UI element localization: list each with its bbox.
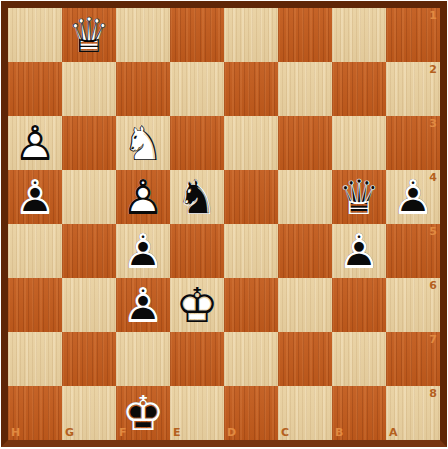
piece-white-pawn[interactable]: ♟♙ — [8, 116, 62, 170]
square-h3[interactable]: ♟♙ — [8, 116, 62, 170]
square-g3[interactable] — [62, 116, 116, 170]
piece-white-king[interactable]: ♚♔ — [170, 278, 224, 332]
piece-black-queen[interactable]: ♛♕ — [332, 170, 386, 224]
black-pawn-glyph-outline: ♙ — [332, 224, 386, 278]
file-label-g: G — [65, 427, 74, 438]
file-label-h: H — [11, 427, 20, 438]
piece-black-pawn[interactable]: ♟♙ — [8, 170, 62, 224]
piece-black-pawn[interactable]: ♟♙ — [332, 224, 386, 278]
piece-white-pawn[interactable]: ♟♙ — [116, 170, 170, 224]
square-d8[interactable]: D — [224, 386, 278, 440]
black-knight-glyph-outline: ♘ — [170, 170, 224, 224]
square-b3[interactable] — [332, 116, 386, 170]
square-h6[interactable] — [8, 278, 62, 332]
square-b2[interactable] — [332, 62, 386, 116]
square-e7[interactable] — [170, 332, 224, 386]
black-pawn-glyph-outline: ♙ — [8, 170, 62, 224]
rank-label-3: 3 — [429, 118, 437, 129]
square-a5[interactable]: 5 — [386, 224, 440, 278]
square-e6[interactable]: ♚♔ — [170, 278, 224, 332]
rank-label-5: 5 — [429, 226, 437, 237]
file-label-f: F — [119, 427, 127, 438]
square-g5[interactable] — [62, 224, 116, 278]
file-label-b: B — [335, 427, 343, 438]
square-g2[interactable] — [62, 62, 116, 116]
chess-board: ♛♕12♟♙♞♘3♟♙♟♙♞♘♛♕♟♙4♟♙♟♙5♟♙♚♔67HG♚♔FEDCB… — [8, 8, 440, 440]
piece-black-pawn[interactable]: ♟♙ — [116, 278, 170, 332]
black-pawn-glyph-outline: ♙ — [116, 278, 170, 332]
square-c5[interactable] — [278, 224, 332, 278]
white-knight-glyph-outline: ♘ — [116, 116, 170, 170]
square-g6[interactable] — [62, 278, 116, 332]
black-pawn-glyph-outline: ♙ — [116, 224, 170, 278]
square-f7[interactable] — [116, 332, 170, 386]
square-h5[interactable] — [8, 224, 62, 278]
square-c7[interactable] — [278, 332, 332, 386]
square-b1[interactable] — [332, 8, 386, 62]
square-c1[interactable] — [278, 8, 332, 62]
square-f4[interactable]: ♟♙ — [116, 170, 170, 224]
square-g8[interactable]: G — [62, 386, 116, 440]
square-e2[interactable] — [170, 62, 224, 116]
square-e1[interactable] — [170, 8, 224, 62]
square-c3[interactable] — [278, 116, 332, 170]
piece-white-queen[interactable]: ♛♕ — [62, 8, 116, 62]
piece-white-knight[interactable]: ♞♘ — [116, 116, 170, 170]
black-queen-glyph-outline: ♕ — [332, 170, 386, 224]
piece-black-knight[interactable]: ♞♘ — [170, 170, 224, 224]
square-b7[interactable] — [332, 332, 386, 386]
square-h2[interactable] — [8, 62, 62, 116]
square-a7[interactable]: 7 — [386, 332, 440, 386]
square-a2[interactable]: 2 — [386, 62, 440, 116]
square-b8[interactable]: B — [332, 386, 386, 440]
piece-black-pawn[interactable]: ♟♙ — [116, 224, 170, 278]
rank-label-8: 8 — [429, 388, 437, 399]
square-a3[interactable]: 3 — [386, 116, 440, 170]
rank-label-2: 2 — [429, 64, 437, 75]
file-label-c: C — [281, 427, 289, 438]
square-f1[interactable] — [116, 8, 170, 62]
square-d2[interactable] — [224, 62, 278, 116]
chess-diagram-page: { "game": "chess", "position": { "fen": … — [0, 0, 448, 449]
square-d6[interactable] — [224, 278, 278, 332]
square-d5[interactable] — [224, 224, 278, 278]
square-b4[interactable]: ♛♕ — [332, 170, 386, 224]
square-h1[interactable] — [8, 8, 62, 62]
square-d4[interactable] — [224, 170, 278, 224]
square-e3[interactable] — [170, 116, 224, 170]
square-g4[interactable] — [62, 170, 116, 224]
square-e8[interactable]: E — [170, 386, 224, 440]
square-c2[interactable] — [278, 62, 332, 116]
file-label-d: D — [227, 427, 236, 438]
square-e4[interactable]: ♞♘ — [170, 170, 224, 224]
square-g7[interactable] — [62, 332, 116, 386]
square-a6[interactable]: 6 — [386, 278, 440, 332]
chess-board-frame: ♛♕12♟♙♞♘3♟♙♟♙♞♘♛♕♟♙4♟♙♟♙5♟♙♚♔67HG♚♔FEDCB… — [1, 1, 447, 447]
rank-label-7: 7 — [429, 334, 437, 345]
square-h8[interactable]: H — [8, 386, 62, 440]
square-d3[interactable] — [224, 116, 278, 170]
square-h4[interactable]: ♟♙ — [8, 170, 62, 224]
square-d7[interactable] — [224, 332, 278, 386]
square-b5[interactable]: ♟♙ — [332, 224, 386, 278]
square-c4[interactable] — [278, 170, 332, 224]
white-pawn-glyph-outline: ♙ — [8, 116, 62, 170]
rank-label-4: 4 — [429, 172, 437, 183]
square-g1[interactable]: ♛♕ — [62, 8, 116, 62]
white-queen-glyph-outline: ♕ — [62, 8, 116, 62]
square-h7[interactable] — [8, 332, 62, 386]
file-label-a: A — [389, 427, 398, 438]
square-a8[interactable]: A8 — [386, 386, 440, 440]
white-pawn-glyph-outline: ♙ — [116, 170, 170, 224]
square-c6[interactable] — [278, 278, 332, 332]
square-a4[interactable]: ♟♙4 — [386, 170, 440, 224]
square-f8[interactable]: ♚♔F — [116, 386, 170, 440]
square-d1[interactable] — [224, 8, 278, 62]
square-e5[interactable] — [170, 224, 224, 278]
file-label-e: E — [173, 427, 181, 438]
square-b6[interactable] — [332, 278, 386, 332]
square-c8[interactable]: C — [278, 386, 332, 440]
white-king-glyph-outline: ♔ — [170, 278, 224, 332]
rank-label-6: 6 — [429, 280, 437, 291]
square-a1[interactable]: 1 — [386, 8, 440, 62]
square-f3[interactable]: ♞♘ — [116, 116, 170, 170]
square-f6[interactable]: ♟♙ — [116, 278, 170, 332]
rank-label-1: 1 — [429, 10, 437, 21]
square-f5[interactable]: ♟♙ — [116, 224, 170, 278]
square-f2[interactable] — [116, 62, 170, 116]
